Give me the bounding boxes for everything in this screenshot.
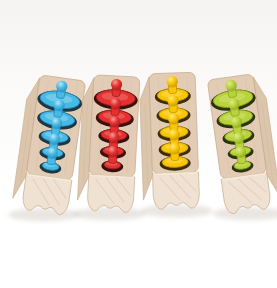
yellow-block-shadow [141, 204, 213, 217]
toy-photo-svg [0, 0, 277, 288]
cylinder-block-red [77, 74, 140, 213]
product-photo-stage [0, 0, 277, 288]
cylinder-block-yellow [139, 72, 200, 210]
green-block-shadow [213, 207, 277, 220]
block-front-face [87, 175, 135, 213]
cylinder-block-green [207, 72, 277, 214]
block-front-face [153, 172, 200, 209]
red-block-shadow [74, 207, 146, 220]
blue-block-shadow [8, 208, 80, 221]
cylinder-block-blue [11, 73, 85, 215]
